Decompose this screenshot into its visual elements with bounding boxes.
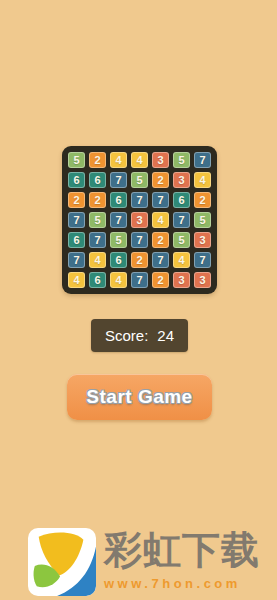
tile-r1c5[interactable]: 3 [152, 152, 169, 168]
tile-r7c1[interactable]: 4 [68, 272, 85, 288]
tile-r5c3[interactable]: 5 [110, 232, 127, 248]
rainbow-logo-icon [28, 528, 96, 596]
tile-r6c7[interactable]: 7 [194, 252, 211, 268]
tile-r7c6[interactable]: 3 [173, 272, 190, 288]
start-game-label: Start Game [86, 386, 192, 408]
tile-r2c5[interactable]: 2 [152, 172, 169, 188]
tile-r1c6[interactable]: 5 [173, 152, 190, 168]
tile-r4c1[interactable]: 7 [68, 212, 85, 228]
tile-r6c2[interactable]: 4 [89, 252, 106, 268]
tile-r6c3[interactable]: 6 [110, 252, 127, 268]
tile-r4c4[interactable]: 3 [131, 212, 148, 228]
tile-r2c4[interactable]: 5 [131, 172, 148, 188]
tile-r4c3[interactable]: 7 [110, 212, 127, 228]
tile-r3c1[interactable]: 2 [68, 192, 85, 208]
watermark: 彩虹下载 www.7hon.com [28, 528, 277, 600]
start-game-button[interactable]: Start Game [67, 374, 212, 420]
score-value: 24 [157, 327, 174, 344]
tile-r7c5[interactable]: 2 [152, 272, 169, 288]
tile-r5c4[interactable]: 7 [131, 232, 148, 248]
tile-r7c3[interactable]: 4 [110, 272, 127, 288]
tile-r2c7[interactable]: 4 [194, 172, 211, 188]
tile-r7c7[interactable]: 3 [194, 272, 211, 288]
score-box: Score: 24 [91, 319, 188, 352]
tile-r4c5[interactable]: 4 [152, 212, 169, 228]
tile-r2c1[interactable]: 6 [68, 172, 85, 188]
tile-r2c6[interactable]: 3 [173, 172, 190, 188]
tile-r1c4[interactable]: 4 [131, 152, 148, 168]
tile-r1c7[interactable]: 7 [194, 152, 211, 168]
tile-r6c5[interactable]: 7 [152, 252, 169, 268]
tile-r6c1[interactable]: 7 [68, 252, 85, 268]
watermark-text: 彩虹下载 www.7hon.com [104, 528, 274, 591]
tile-r2c3[interactable]: 7 [110, 172, 127, 188]
watermark-site-name: 彩虹下载 [104, 528, 274, 572]
tile-r7c4[interactable]: 7 [131, 272, 148, 288]
tile-r6c6[interactable]: 4 [173, 252, 190, 268]
watermark-site-url: www.7hon.com [104, 576, 274, 591]
tile-r1c2[interactable]: 2 [89, 152, 106, 168]
score-label: Score: [105, 327, 148, 344]
tile-r3c2[interactable]: 2 [89, 192, 106, 208]
tile-r5c2[interactable]: 7 [89, 232, 106, 248]
tile-r5c1[interactable]: 6 [68, 232, 85, 248]
tile-r1c3[interactable]: 4 [110, 152, 127, 168]
tile-r5c5[interactable]: 2 [152, 232, 169, 248]
tile-r3c4[interactable]: 7 [131, 192, 148, 208]
screen: 5244357667523422677627573475675725374627… [0, 0, 277, 600]
tile-r5c7[interactable]: 3 [194, 232, 211, 248]
tile-r4c2[interactable]: 5 [89, 212, 106, 228]
tile-r5c6[interactable]: 5 [173, 232, 190, 248]
board: 5244357667523422677627573475675725374627… [62, 146, 217, 294]
tile-r4c6[interactable]: 7 [173, 212, 190, 228]
tile-r2c2[interactable]: 6 [89, 172, 106, 188]
tile-r3c3[interactable]: 6 [110, 192, 127, 208]
tile-r6c4[interactable]: 2 [131, 252, 148, 268]
tile-r3c6[interactable]: 6 [173, 192, 190, 208]
tile-r4c7[interactable]: 5 [194, 212, 211, 228]
tile-r3c7[interactable]: 2 [194, 192, 211, 208]
tile-r7c2[interactable]: 6 [89, 272, 106, 288]
tile-r3c5[interactable]: 7 [152, 192, 169, 208]
tile-r1c1[interactable]: 5 [68, 152, 85, 168]
